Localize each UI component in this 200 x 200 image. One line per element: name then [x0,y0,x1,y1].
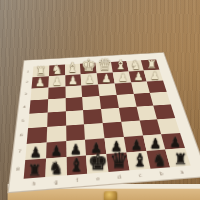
board-square[interactable]: ♝ [126,151,150,170]
black-pawn-piece: ♟ [130,138,142,151]
file-label: f [76,178,78,183]
rank-label: 5 [21,119,24,123]
rank-label: 1 [27,70,30,73]
board-square[interactable]: ♜ [166,148,191,167]
board-square[interactable]: ♝ [66,156,87,176]
chess-board: 12345678 hgfedcba ♜♞♝♚♛♝♞♜♟♟♟♟♟♟♟♟♟♟♟♟♟♟… [7,52,200,193]
white-knight-piece: ♞ [51,63,62,76]
white-pawn-piece: ♟ [85,74,95,85]
black-pawn-piece: ♟ [50,144,62,158]
file-label: d [117,175,121,180]
black-rook-piece: ♜ [174,151,188,166]
board-square[interactable]: ♟ [46,141,66,159]
rank-label: 2 [25,81,28,84]
board-square[interactable] [101,108,121,123]
black-knight-piece: ♞ [153,152,168,168]
black-queen-piece: ♛ [109,150,128,171]
brass-clasp [104,191,117,200]
board-square[interactable] [46,125,65,142]
board-square[interactable] [27,127,47,144]
file-label: e [96,177,100,182]
board-square[interactable] [65,97,83,111]
board-square[interactable] [157,118,180,134]
board-square[interactable] [154,104,176,119]
black-knight-piece: ♞ [48,159,63,176]
board-square[interactable]: ♞ [146,150,170,169]
rank-label: 3 [24,93,27,96]
black-pawn-piece: ♟ [70,143,82,157]
white-pawn-piece: ♟ [52,76,62,87]
board-square[interactable] [66,124,86,141]
white-bishop-piece: ♝ [67,61,79,75]
rank-label: 6 [20,134,24,138]
white-queen-piece: ♛ [97,57,111,73]
board-square[interactable] [47,98,65,112]
white-pawn-piece: ♟ [35,77,45,88]
rank-label: 7 [18,150,22,155]
file-label: a [180,170,185,175]
file-label: h [32,182,36,187]
black-bishop-piece: ♝ [69,157,85,175]
black-pawn-piece: ♟ [150,137,162,150]
board-perspective: 12345678 hgfedcba ♜♞♝♚♛♝♞♜♟♟♟♟♟♟♟♟♟♟♟♟♟♟… [0,0,200,200]
chess-set-photo: 12345678 hgfedcba ♜♞♝♚♛♝♞♜♟♟♟♟♟♟♟♟♟♟♟♟♟♟… [0,0,200,200]
board-square[interactable] [84,123,104,139]
board-square[interactable] [28,113,47,128]
white-rook-piece: ♜ [35,65,46,77]
board-square[interactable] [47,111,66,126]
board-square[interactable] [99,95,118,109]
board-square[interactable] [48,86,65,99]
board-square[interactable]: ♛ [106,153,129,172]
rank-label: 8 [16,167,20,172]
board-square[interactable] [119,107,140,122]
black-rook-piece: ♜ [27,162,41,178]
white-pawn-piece: ♟ [134,71,144,82]
black-bishop-piece: ♝ [132,152,148,170]
white-knight-piece: ♞ [130,58,141,70]
white-king-piece: ♚ [81,57,96,74]
board-square[interactable]: ♟ [85,138,106,156]
file-label: g [54,180,58,185]
board-square[interactable] [83,109,102,124]
white-rook-piece: ♜ [146,58,156,70]
board-square[interactable]: ♞ [45,157,66,177]
board-square[interactable]: ♟ [161,132,185,149]
board-square[interactable]: ♟ [66,139,86,157]
rank-label: 4 [23,106,26,110]
white-pawn-piece: ♟ [101,73,111,84]
file-label: c [139,173,143,178]
board-square[interactable] [103,122,124,138]
board-square[interactable]: ♜ [24,159,46,179]
board-square[interactable]: ♚ [86,154,108,173]
black-pawn-piece: ♟ [169,136,181,149]
board-square[interactable] [82,96,101,110]
white-pawn-piece: ♟ [68,75,78,86]
board-grid: ♜♞♝♚♛♝♞♜♟♟♟♟♟♟♟♟♟♟♟♟♟♟♟♟♜♞♝♚♛♝♞♜ [24,59,191,178]
file-label: b [159,172,164,177]
white-bishop-piece: ♝ [114,58,126,71]
black-pawn-piece: ♟ [110,140,122,154]
black-pawn-piece: ♟ [29,146,41,160]
white-pawn-piece: ♟ [118,72,128,83]
board-square[interactable]: ♟ [97,72,115,84]
board-square[interactable] [82,84,100,97]
black-pawn-piece: ♟ [90,141,102,155]
white-pawn-piece: ♟ [150,70,160,81]
board-square[interactable]: ♟ [25,142,46,160]
board-square[interactable] [65,110,84,125]
board-square[interactable] [150,92,171,106]
board-square[interactable] [29,99,48,113]
